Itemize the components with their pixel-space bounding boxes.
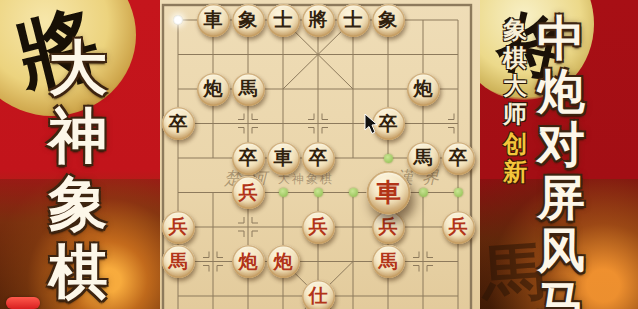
move-dot-f4r5[interactable] xyxy=(314,188,323,197)
title-char: 创 xyxy=(500,130,530,158)
right-tag: 创新 xyxy=(500,130,530,186)
right-subtitle: 象棋大师 xyxy=(500,16,530,128)
move-dot-f3r5[interactable] xyxy=(279,188,288,197)
piece-red-兵-f2r5[interactable]: 兵 xyxy=(232,176,265,209)
left-title: 大神象棋 xyxy=(44,34,112,306)
title-char: 马 xyxy=(532,277,590,309)
left-banner: 將 大神象棋 xyxy=(0,0,160,309)
piece-red-兵-f8r6[interactable]: 兵 xyxy=(442,211,475,244)
piece-black-炮-f7r2[interactable]: 炮 xyxy=(407,73,440,106)
title-char: 对 xyxy=(532,118,590,171)
title-char: 炮 xyxy=(532,65,590,118)
piece-black-炮-f1r2[interactable]: 炮 xyxy=(197,73,230,106)
piece-black-車-f1r0[interactable]: 車 xyxy=(197,4,230,37)
piece-black-卒-f6r3[interactable]: 卒 xyxy=(372,107,405,140)
piece-black-象-f2r0[interactable]: 象 xyxy=(232,4,265,37)
piece-black-車-f3r4[interactable]: 車 xyxy=(267,142,300,175)
last-move-marker xyxy=(173,15,183,25)
title-char: 中 xyxy=(532,12,590,65)
piece-black-卒-f0r3[interactable]: 卒 xyxy=(162,107,195,140)
piece-red-馬-f0r7[interactable]: 馬 xyxy=(162,245,195,278)
title-char: 大 xyxy=(500,72,530,100)
title-char: 象 xyxy=(44,170,112,238)
piece-black-象-f6r0[interactable]: 象 xyxy=(372,4,405,37)
piece-black-將-f4r0[interactable]: 將 xyxy=(302,4,335,37)
title-char: 神 xyxy=(44,102,112,170)
title-char: 风 xyxy=(532,224,590,277)
piece-red-炮-f3r7[interactable]: 炮 xyxy=(267,245,300,278)
piece-black-馬-f7r4[interactable]: 馬 xyxy=(407,142,440,175)
title-char: 师 xyxy=(500,100,530,128)
move-dot-f5r5[interactable] xyxy=(349,188,358,197)
piece-black-卒-f4r4[interactable]: 卒 xyxy=(302,142,335,175)
piece-red-兵-f0r6[interactable]: 兵 xyxy=(162,211,195,244)
xiangqi-board[interactable]: 楚河 漢界 大神象棋 車象士將士象炮馬炮卒卒卒車卒馬卒兵車兵兵兵兵馬炮炮馬仕 xyxy=(160,0,480,309)
piece-black-馬-f2r2[interactable]: 馬 xyxy=(232,73,265,106)
right-title: 中炮对屏风马 xyxy=(532,12,590,309)
piece-red-兵-f4r6[interactable]: 兵 xyxy=(302,211,335,244)
move-dot-f8r5[interactable] xyxy=(454,188,463,197)
piece-red-炮-f2r7[interactable]: 炮 xyxy=(232,245,265,278)
title-char: 象 xyxy=(500,16,530,44)
title-char: 大 xyxy=(44,34,112,102)
title-char: 棋 xyxy=(44,238,112,306)
title-char: 新 xyxy=(500,158,530,186)
thumbnail-stage: 將 大神象棋 楚河 漢界 大神象棋 車象士將士象炮馬炮卒卒卒車卒馬卒兵車兵兵兵兵… xyxy=(0,0,638,309)
title-char: 屏 xyxy=(532,171,590,224)
move-dot-f7r5[interactable] xyxy=(419,188,428,197)
piece-black-士-f3r0[interactable]: 士 xyxy=(267,4,300,37)
piece-black-卒-f8r4[interactable]: 卒 xyxy=(442,142,475,175)
red-badge xyxy=(6,297,40,309)
piece-red-兵-f6r6[interactable]: 兵 xyxy=(372,211,405,244)
piece-red-車-f6r5[interactable]: 車 xyxy=(366,171,410,215)
piece-black-卒-f2r4[interactable]: 卒 xyxy=(232,142,265,175)
piece-red-馬-f6r7[interactable]: 馬 xyxy=(372,245,405,278)
piece-red-仕-f4r8[interactable]: 仕 xyxy=(302,280,335,309)
right-banner: 将 馬 中炮对屏风马 象棋大师 创新 xyxy=(480,0,638,309)
title-char: 棋 xyxy=(500,44,530,72)
move-dot-f6r4[interactable] xyxy=(384,154,393,163)
piece-black-士-f5r0[interactable]: 士 xyxy=(337,4,370,37)
board-grid: 車象士將士象炮馬炮卒卒卒車卒馬卒兵車兵兵兵兵馬炮炮馬仕 xyxy=(161,3,476,309)
